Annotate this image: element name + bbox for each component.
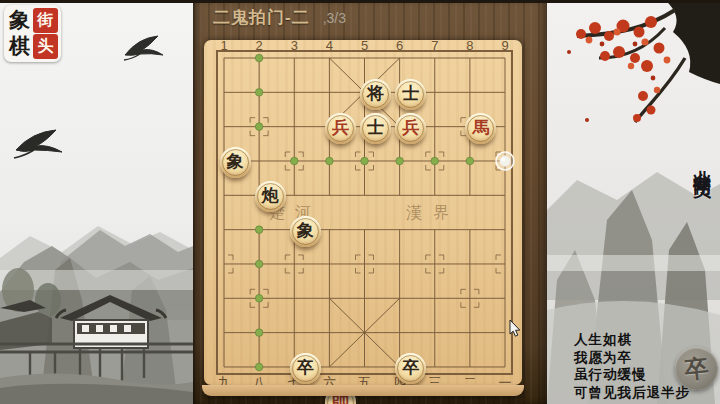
logo-char: 象 (7, 8, 32, 33)
move-hint-dot[interactable] (396, 157, 404, 165)
poem-line: 可曾见我后退半步 (574, 384, 690, 402)
crane-icon (14, 130, 62, 158)
piece-black-soldier[interactable]: 卒 (290, 353, 321, 384)
board-bottom-bevel (202, 385, 524, 396)
logo-char: 棋 (7, 34, 32, 59)
xiangqi-board[interactable]: 楚河漢界123456789九八七六五四三二一 将士兵士兵馬象炮象卒卒帥 (204, 40, 522, 385)
app-logo: 象 街 棋 头 (4, 5, 61, 62)
move-hint-dot[interactable] (255, 295, 263, 303)
move-hint-dot[interactable] (255, 123, 263, 131)
file-label-top: 9 (501, 40, 508, 53)
file-label-top: 7 (431, 40, 438, 53)
piece-red-soldier[interactable]: 兵 (325, 113, 356, 144)
app-window: 象 街 棋 头 (0, 0, 720, 404)
file-label-top: 2 (256, 40, 263, 53)
piece-red-soldier[interactable]: 兵 (395, 113, 426, 144)
poem-line: 虽行动缓慢 (574, 366, 690, 384)
logo-seal: 街 (33, 8, 58, 33)
file-label-top: 1 (220, 40, 227, 53)
piece-black-cannon[interactable]: 炮 (255, 181, 286, 212)
file-label-top: 3 (291, 40, 298, 53)
plum-blossom-illustration (567, 0, 720, 122)
left-art-panel: 象 街 棋 头 (0, 0, 193, 404)
file-label-top: 4 (326, 40, 333, 53)
logo-seal: 头 (33, 34, 58, 59)
mouse-cursor (509, 320, 525, 338)
river-label-right: 漢 (406, 204, 422, 221)
window-top-edge (0, 0, 720, 3)
title-bar: 二鬼拍门-二 ,3/3 (213, 6, 346, 29)
move-hint-dot[interactable] (290, 157, 298, 165)
move-hint-dot[interactable] (326, 157, 334, 165)
move-hint-dot[interactable] (255, 363, 263, 371)
move-hint-dot[interactable] (466, 157, 474, 165)
piece-black-elephant[interactable]: 象 (290, 216, 321, 247)
piece-black-elephant[interactable]: 象 (220, 147, 251, 178)
river-label-right: 界 (433, 204, 449, 221)
crane-icon (124, 36, 163, 60)
file-label-top: 5 (361, 40, 368, 53)
move-hint-dot[interactable] (361, 157, 369, 165)
move-hint-dot[interactable] (255, 89, 263, 97)
highlight-point[interactable] (496, 152, 514, 170)
right-art-panel: 业叁守門员 人生如棋 我愿为卒 虽行动缓慢 可曾见我后退半步 卒 (547, 0, 720, 404)
game-area: 二鬼拍门-二 ,3/3 楚河漢界123456789九八七六五四三二一 将士兵士兵… (193, 0, 547, 404)
piece-black-advisor[interactable]: 士 (360, 113, 391, 144)
poem-line: 我愿为卒 (574, 349, 690, 367)
move-hint-dot[interactable] (255, 260, 263, 268)
poem-text: 人生如棋 我愿为卒 虽行动缓慢 可曾见我后退半步 (574, 331, 690, 401)
puzzle-progress: ,3/3 (323, 10, 346, 26)
file-label-top: 8 (466, 40, 473, 53)
move-hint-dot[interactable] (255, 54, 263, 62)
piece-black-general[interactable]: 将 (360, 79, 391, 110)
poem-line: 人生如棋 (574, 331, 690, 349)
file-label-top: 6 (396, 40, 403, 53)
move-hint-dot[interactable] (431, 157, 439, 165)
piece-black-advisor[interactable]: 士 (395, 79, 426, 110)
move-hint-dot[interactable] (255, 226, 263, 234)
piece-red-horse[interactable]: 馬 (465, 113, 496, 144)
player-rank-label: 业叁守門员 (688, 155, 714, 170)
move-hint-dot[interactable] (255, 329, 263, 337)
puzzle-title: 二鬼拍门-二 (213, 6, 310, 29)
